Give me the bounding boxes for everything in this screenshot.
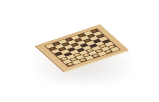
product-photo-scene: [0, 0, 159, 102]
board-square[interactable]: [110, 47, 119, 52]
